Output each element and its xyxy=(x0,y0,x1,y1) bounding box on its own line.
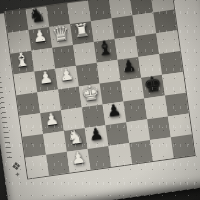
piece-black-pawn-d2[interactable]: ♟ xyxy=(88,125,104,143)
chess-board: ❖ ✦ ♞♟♛♜♝♝♟♟♟♚♚♟♟♞♟♟ xyxy=(0,0,200,200)
square-g7[interactable] xyxy=(132,12,156,36)
square-e6[interactable]: ♝ xyxy=(94,39,118,63)
square-a3[interactable] xyxy=(19,113,43,137)
square-b5[interactable]: ♟ xyxy=(34,69,58,93)
square-d2[interactable]: ♟ xyxy=(85,125,109,149)
square-f1[interactable] xyxy=(129,140,153,164)
square-h4[interactable] xyxy=(162,72,186,96)
piece-white-pawn-b7[interactable]: ♟ xyxy=(32,27,48,45)
square-e1[interactable] xyxy=(108,143,132,167)
crest-sub-icon: ✦ xyxy=(8,171,27,180)
square-d4[interactable]: ♚ xyxy=(79,84,103,108)
square-b1[interactable] xyxy=(46,152,70,176)
square-h1[interactable] xyxy=(171,134,195,158)
square-c4[interactable] xyxy=(58,87,82,111)
square-d6[interactable] xyxy=(73,42,97,66)
square-f2[interactable] xyxy=(126,119,150,143)
piece-white-pawn-c5[interactable]: ♟ xyxy=(58,66,74,84)
square-c1[interactable]: ♟ xyxy=(67,149,91,173)
square-g1[interactable] xyxy=(150,137,174,161)
square-c7[interactable]: ♛ xyxy=(49,24,73,48)
square-f3[interactable] xyxy=(123,99,147,123)
square-b2[interactable] xyxy=(43,131,67,155)
piece-black-pawn-f5[interactable]: ♟ xyxy=(121,57,137,75)
piece-white-rook-d7[interactable]: ♜ xyxy=(72,20,90,40)
photo-canvas: ❖ ✦ ♞♟♛♜♝♝♟♟♟♚♚♟♟♞♟♟ xyxy=(0,0,200,200)
square-f5[interactable]: ♟ xyxy=(118,57,142,81)
square-g2[interactable] xyxy=(147,116,171,140)
square-b3[interactable]: ♟ xyxy=(40,110,64,134)
piece-white-pawn-b3[interactable]: ♟ xyxy=(43,110,59,128)
piece-white-pawn-c1[interactable]: ♟ xyxy=(70,149,86,167)
square-f7[interactable] xyxy=(112,15,136,39)
square-g6[interactable] xyxy=(135,33,159,57)
board-grid: ♞♟♛♜♝♝♟♟♟♚♚♟♟♞♟♟ xyxy=(4,0,196,180)
piece-white-pawn-b5[interactable]: ♟ xyxy=(38,69,54,87)
square-a2[interactable] xyxy=(22,134,46,158)
piece-black-bishop-e6[interactable]: ♝ xyxy=(95,37,115,58)
square-h7[interactable] xyxy=(153,10,177,34)
square-d1[interactable] xyxy=(88,146,112,170)
square-c5[interactable]: ♟ xyxy=(55,66,79,90)
square-b7[interactable]: ♟ xyxy=(29,27,53,51)
square-d7[interactable]: ♜ xyxy=(70,21,94,45)
piece-black-king-g4[interactable]: ♚ xyxy=(142,73,163,95)
square-a6[interactable]: ♝ xyxy=(11,51,35,75)
square-g4[interactable]: ♚ xyxy=(141,75,165,99)
square-e2[interactable] xyxy=(106,122,130,146)
square-a1[interactable] xyxy=(25,155,49,179)
piece-white-knight-c2[interactable]: ♞ xyxy=(66,126,86,147)
piece-black-knight-b8[interactable]: ♞ xyxy=(27,5,47,26)
square-a5[interactable] xyxy=(14,72,38,96)
square-g3[interactable] xyxy=(144,96,168,120)
square-f4[interactable] xyxy=(120,78,144,102)
square-e3[interactable]: ♟ xyxy=(103,101,127,125)
square-h5[interactable] xyxy=(159,51,183,75)
piece-black-pawn-e3[interactable]: ♟ xyxy=(106,101,122,119)
square-h6[interactable] xyxy=(156,30,180,54)
piece-white-queen-c7[interactable]: ♛ xyxy=(50,22,71,44)
piece-white-king-d4[interactable]: ♚ xyxy=(80,81,101,103)
square-e5[interactable] xyxy=(97,60,121,84)
square-a4[interactable] xyxy=(16,92,40,116)
square-h3[interactable] xyxy=(165,93,189,117)
piece-white-bishop-a6[interactable]: ♝ xyxy=(12,49,32,70)
